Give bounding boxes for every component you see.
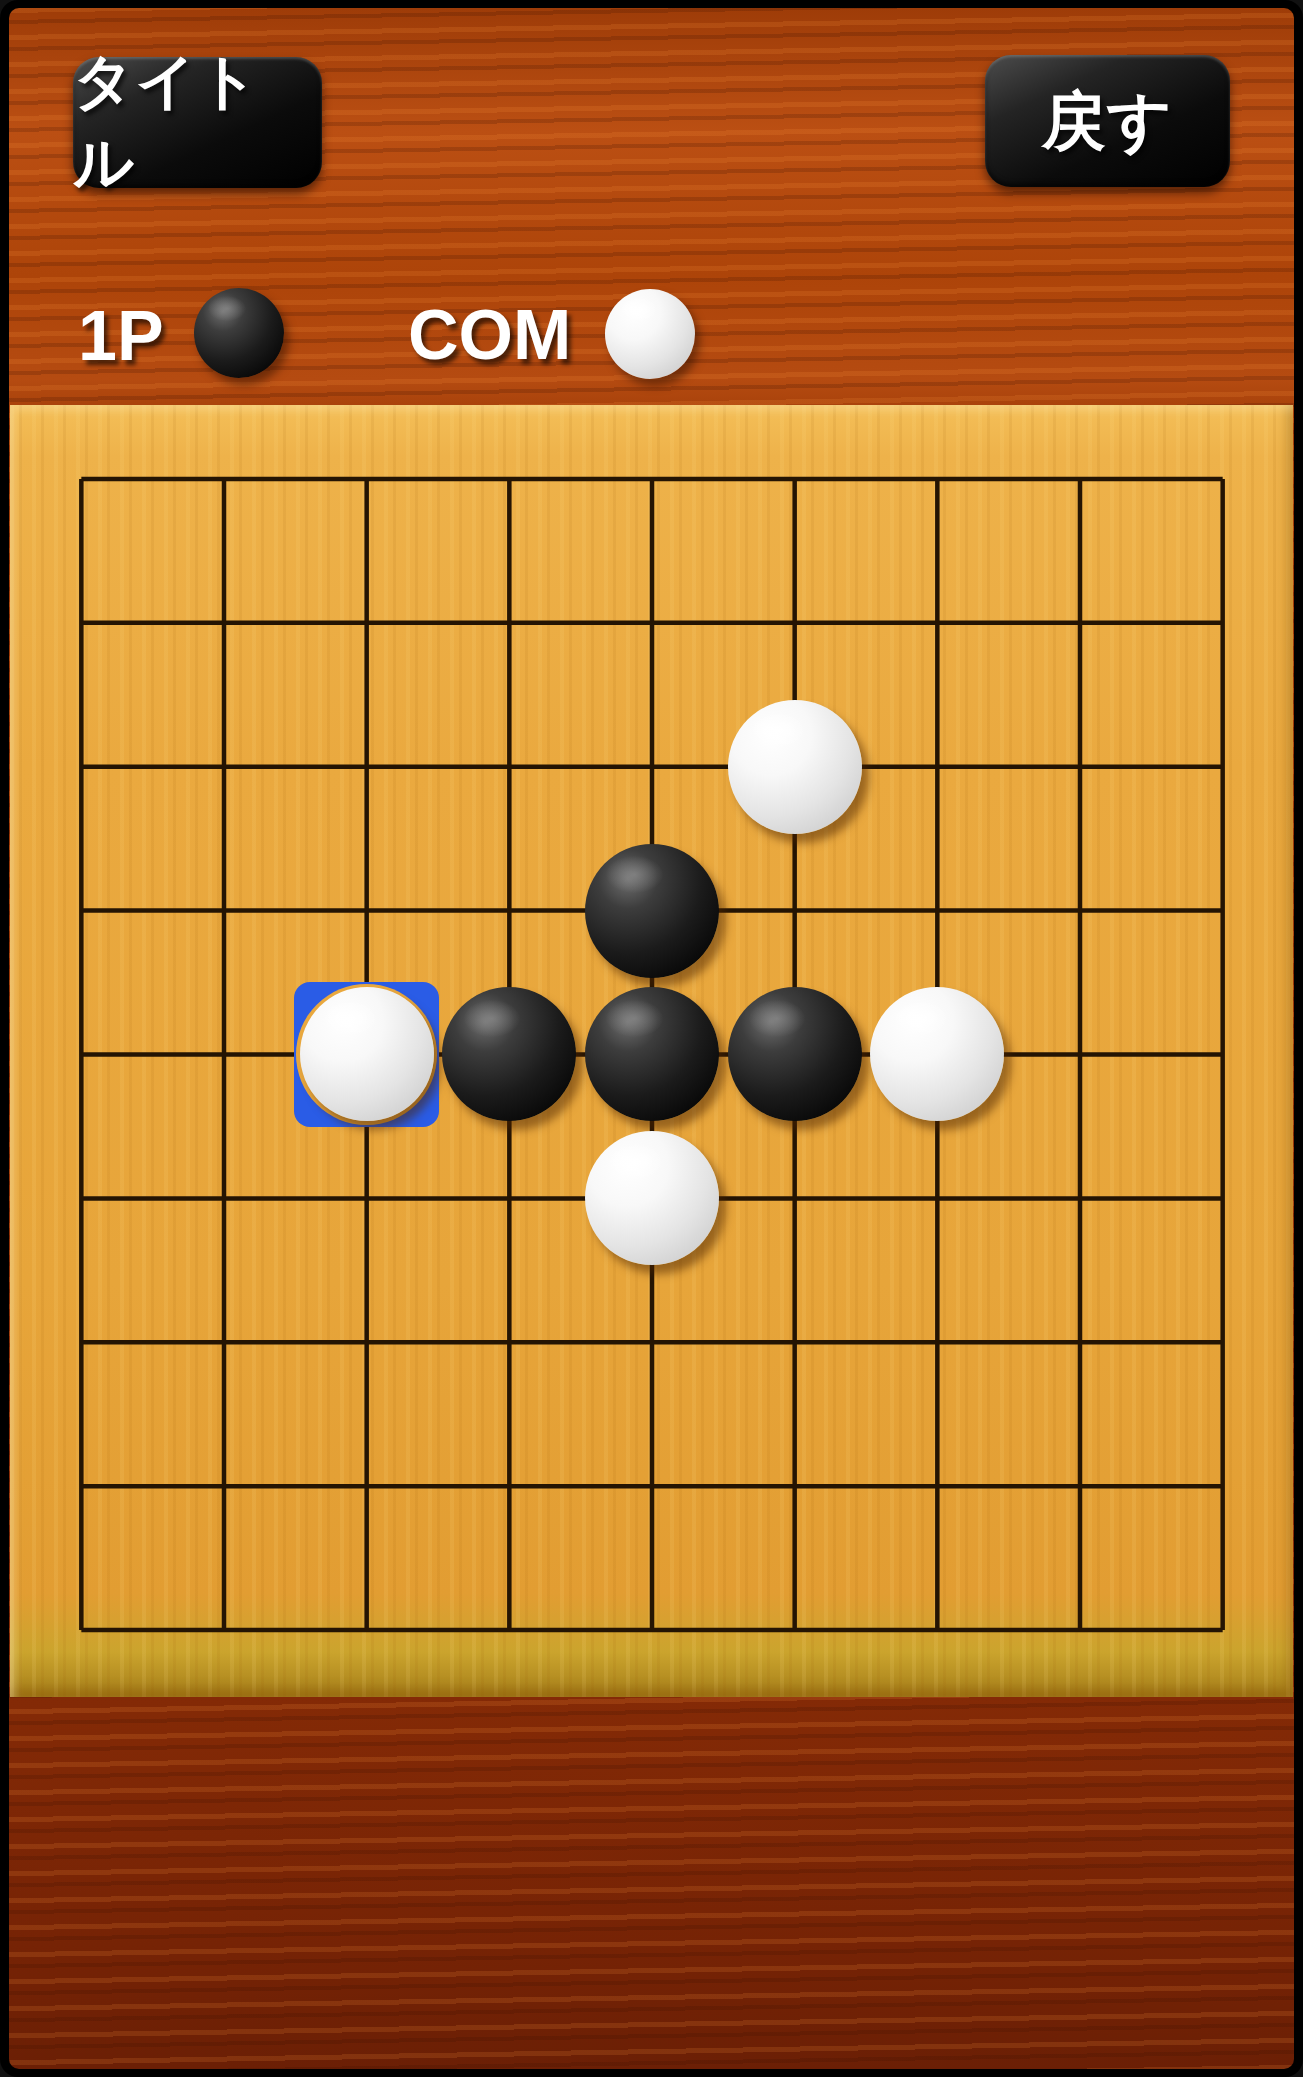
black-stone: ● <box>728 987 862 1121</box>
board-intersection[interactable] <box>1009 1414 1152 1558</box>
board-intersection[interactable] <box>1151 695 1294 839</box>
board-intersection[interactable] <box>723 407 866 551</box>
board-intersection[interactable] <box>438 407 581 551</box>
board-intersection[interactable]: ○ <box>866 983 1009 1127</box>
com-label: COM <box>408 300 571 370</box>
board-intersection[interactable] <box>438 1126 581 1270</box>
board-intersection[interactable] <box>1009 551 1152 695</box>
board-intersection[interactable] <box>581 1558 724 1702</box>
board-intersection[interactable] <box>866 1126 1009 1270</box>
black-stone-glyph: ● <box>442 987 576 1121</box>
board-intersection[interactable] <box>438 695 581 839</box>
black-stone-glyph: ● <box>728 987 862 1121</box>
board-intersection[interactable] <box>866 1414 1009 1558</box>
board-intersection[interactable] <box>723 1270 866 1414</box>
white-stone-glyph: ○ <box>585 1131 719 1265</box>
board-intersection[interactable] <box>1151 407 1294 551</box>
board-intersection[interactable] <box>153 1414 296 1558</box>
board-intersection[interactable] <box>10 551 153 695</box>
white-stone: ○ <box>728 700 862 834</box>
board-intersection[interactable] <box>866 551 1009 695</box>
board-intersection[interactable] <box>866 1270 1009 1414</box>
board-intersection[interactable] <box>10 1126 153 1270</box>
white-stone-glyph: ○ <box>728 700 862 834</box>
board-intersection[interactable] <box>438 1270 581 1414</box>
board-intersection[interactable] <box>295 1126 438 1270</box>
white-stone: ○ <box>300 987 434 1121</box>
board-intersection[interactable] <box>1009 839 1152 983</box>
board-intersection[interactable] <box>581 1270 724 1414</box>
board-intersection[interactable] <box>10 1414 153 1558</box>
board-intersection[interactable] <box>153 839 296 983</box>
title-button[interactable]: タイトル <box>73 57 322 188</box>
board-intersection[interactable] <box>866 1558 1009 1702</box>
board-intersection[interactable] <box>1009 407 1152 551</box>
board-intersection[interactable] <box>153 551 296 695</box>
board-intersection[interactable]: ○ <box>295 983 438 1127</box>
black-stone-glyph: ● <box>585 844 719 978</box>
board-intersection[interactable] <box>10 1558 153 1702</box>
board-intersection[interactable] <box>10 983 153 1127</box>
board-intersection[interactable] <box>1009 1270 1152 1414</box>
black-stone: ● <box>585 844 719 978</box>
board-intersection[interactable] <box>1009 1558 1152 1702</box>
board-intersection[interactable] <box>581 1414 724 1558</box>
board-intersection[interactable] <box>295 1270 438 1414</box>
player1-black-stone-icon <box>194 288 284 378</box>
go-board: ○●○●●●○○ <box>10 405 1293 1697</box>
board-intersection[interactable] <box>1009 695 1152 839</box>
board-intersection[interactable] <box>295 1558 438 1702</box>
board-intersection[interactable]: ○ <box>581 1126 724 1270</box>
board-intersection[interactable] <box>10 407 153 551</box>
board-intersection[interactable] <box>1151 1126 1294 1270</box>
board-intersection[interactable] <box>723 1414 866 1558</box>
board-intersection[interactable] <box>1151 983 1294 1127</box>
black-stone: ● <box>585 987 719 1121</box>
board-intersection[interactable] <box>295 1414 438 1558</box>
board-intersection[interactable] <box>438 551 581 695</box>
com-white-stone-icon <box>605 289 695 379</box>
board-intersection[interactable] <box>1151 839 1294 983</box>
board-intersection[interactable] <box>295 407 438 551</box>
white-stone: ○ <box>585 1131 719 1265</box>
board-intersection[interactable] <box>723 551 866 695</box>
board-intersection[interactable] <box>1151 1414 1294 1558</box>
board-intersection[interactable] <box>581 695 724 839</box>
board-intersection[interactable] <box>581 551 724 695</box>
board-intersection[interactable] <box>153 983 296 1127</box>
board-intersection[interactable] <box>866 839 1009 983</box>
undo-button[interactable]: 戻す <box>985 55 1230 187</box>
board-intersection[interactable] <box>438 839 581 983</box>
board-intersection[interactable] <box>438 1414 581 1558</box>
board-intersection[interactable] <box>153 407 296 551</box>
board-intersection[interactable]: ○ <box>723 695 866 839</box>
board-intersection[interactable] <box>1151 551 1294 695</box>
board-intersection[interactable] <box>295 695 438 839</box>
black-stone-glyph: ● <box>585 987 719 1121</box>
board-intersection[interactable] <box>723 1126 866 1270</box>
board-intersection[interactable] <box>153 1558 296 1702</box>
white-stone-glyph: ○ <box>300 987 434 1121</box>
board-intersection[interactable] <box>1009 983 1152 1127</box>
board-intersection[interactable] <box>153 1126 296 1270</box>
board-intersection[interactable] <box>1151 1270 1294 1414</box>
board-intersection[interactable] <box>866 407 1009 551</box>
board-intersection[interactable] <box>295 839 438 983</box>
board-intersection[interactable] <box>581 407 724 551</box>
board-intersection[interactable] <box>10 839 153 983</box>
board-intersection[interactable]: ● <box>581 983 724 1127</box>
board-intersection[interactable] <box>1151 1558 1294 1702</box>
board-intersection[interactable] <box>438 1558 581 1702</box>
board-intersection[interactable] <box>10 695 153 839</box>
board-intersection[interactable] <box>10 1270 153 1414</box>
player1-label: 1P <box>78 301 164 371</box>
board-intersection[interactable] <box>723 1558 866 1702</box>
board-intersection[interactable]: ● <box>723 983 866 1127</box>
white-stone: ○ <box>870 987 1004 1121</box>
board-intersection[interactable] <box>866 695 1009 839</box>
board-intersection[interactable] <box>295 551 438 695</box>
app-screen: タイトル 戻す 1P COM ○●○●●●○○ <box>0 0 1303 2077</box>
board-intersections: ○●○●●●○○ <box>10 407 1294 1702</box>
board-intersection[interactable] <box>723 839 866 983</box>
black-stone: ● <box>442 987 576 1121</box>
board-intersection[interactable] <box>153 695 296 839</box>
board-intersection[interactable]: ● <box>581 839 724 983</box>
board-intersection[interactable] <box>1009 1126 1152 1270</box>
white-stone-glyph: ○ <box>870 987 1004 1121</box>
board-intersection[interactable]: ● <box>438 983 581 1127</box>
board-intersection[interactable] <box>153 1270 296 1414</box>
